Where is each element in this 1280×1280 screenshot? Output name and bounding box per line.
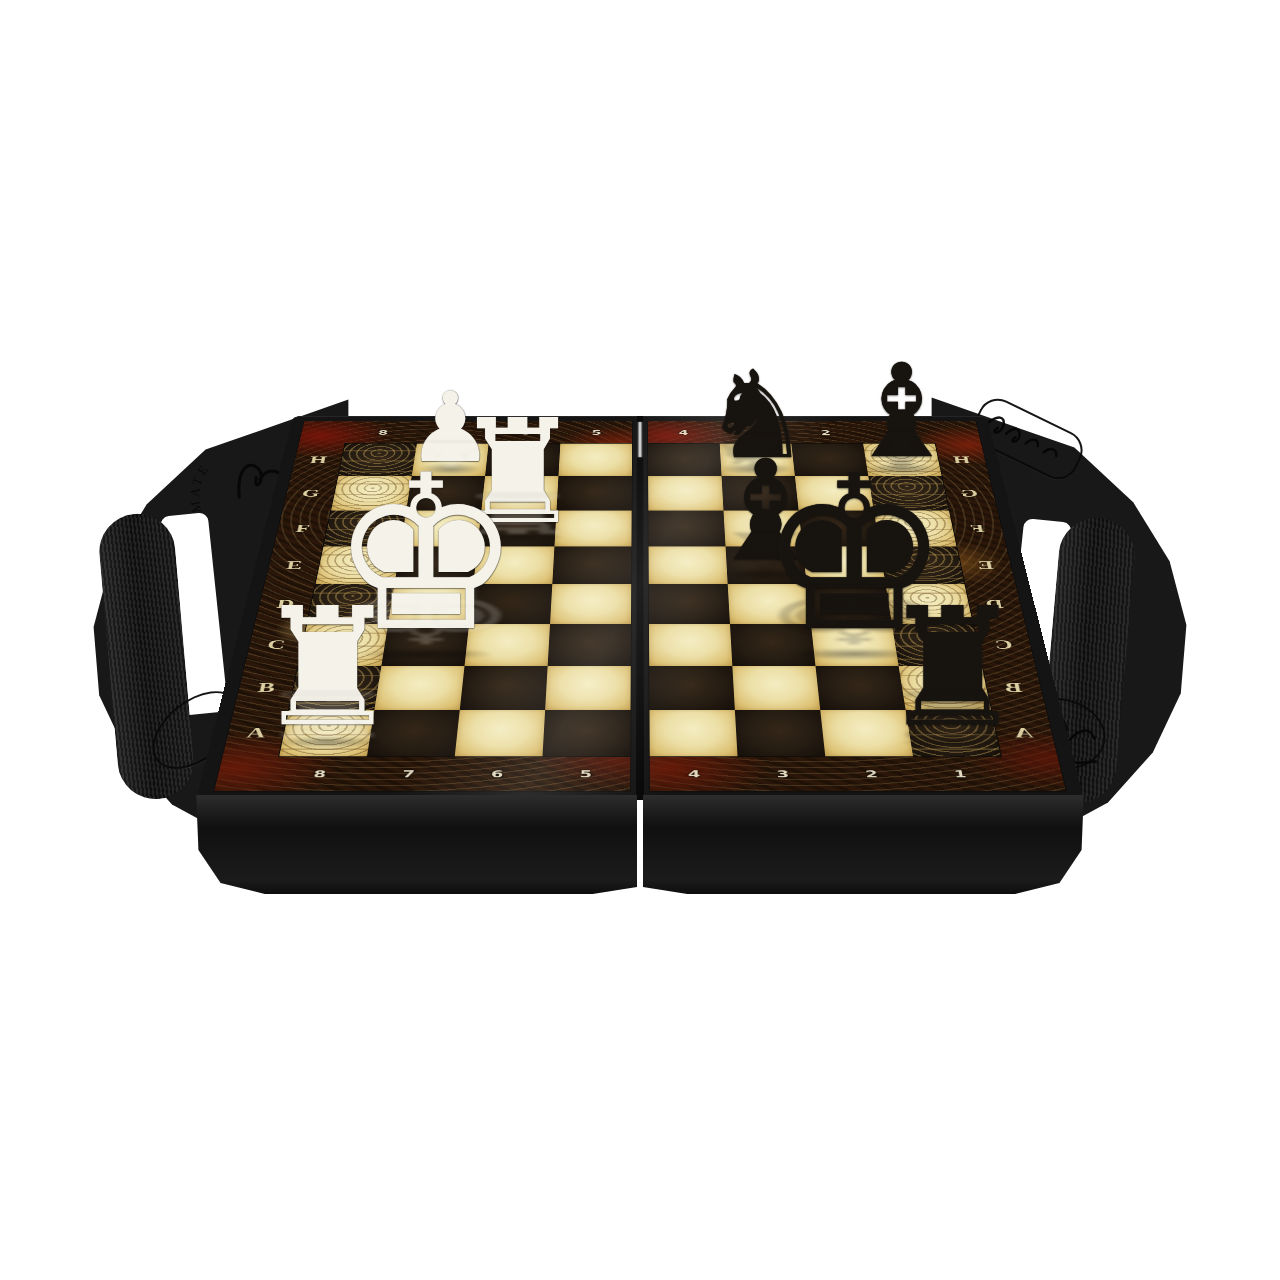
square-f8 bbox=[323, 511, 406, 547]
fold-gap-light-glint bbox=[638, 422, 641, 457]
square-b1 bbox=[899, 666, 991, 710]
square-c3 bbox=[730, 624, 815, 666]
square-b4 bbox=[649, 666, 735, 710]
square-e3 bbox=[726, 546, 807, 584]
file-label-left-H: H bbox=[309, 454, 329, 465]
square-e4 bbox=[649, 546, 728, 584]
square-d8 bbox=[307, 584, 394, 624]
square-d5 bbox=[550, 584, 631, 624]
rank-label-top-1: 1 bbox=[891, 429, 902, 436]
square-f2 bbox=[799, 511, 880, 547]
board-3d-wrapper: HHGGFFEEDDCCBBAA8877665544332211 bbox=[0, 0, 1280, 1280]
file-label-left-E: E bbox=[285, 559, 304, 572]
file-label-right-B: B bbox=[1003, 680, 1023, 695]
product-photo-scene: MATE HHGGFFEEDDCCBBAA8877665544332211 bbox=[0, 0, 1280, 1280]
square-d2 bbox=[807, 584, 892, 624]
square-h5 bbox=[558, 444, 632, 477]
square-e7 bbox=[394, 546, 477, 584]
square-c1 bbox=[892, 624, 982, 666]
square-d3 bbox=[728, 584, 811, 624]
square-g2 bbox=[795, 476, 874, 510]
square-f6 bbox=[477, 511, 556, 547]
square-d7 bbox=[388, 584, 473, 624]
rank-label-bottom-3: 3 bbox=[776, 768, 789, 779]
square-g3 bbox=[722, 476, 799, 510]
square-c2 bbox=[811, 624, 899, 666]
file-label-right-E: E bbox=[976, 559, 995, 572]
square-b2 bbox=[815, 666, 905, 710]
file-label-right-A: A bbox=[1013, 725, 1035, 741]
file-label-left-G: G bbox=[301, 487, 321, 499]
rank-label-bottom-2: 2 bbox=[865, 768, 879, 779]
square-d6 bbox=[469, 584, 552, 624]
file-label-right-H: H bbox=[952, 454, 972, 465]
square-b6 bbox=[460, 666, 548, 710]
square-f1 bbox=[874, 511, 957, 547]
square-h2 bbox=[791, 444, 868, 477]
rank-label-top-2: 2 bbox=[820, 429, 831, 436]
rank-label-top-3: 3 bbox=[749, 429, 760, 436]
fold-hinge-gap bbox=[636, 416, 644, 800]
square-c7 bbox=[381, 624, 469, 666]
square-d4 bbox=[649, 584, 730, 624]
square-h7 bbox=[412, 444, 489, 477]
square-a2 bbox=[820, 710, 913, 757]
square-a5 bbox=[542, 710, 630, 757]
square-h1 bbox=[863, 444, 942, 477]
square-a4 bbox=[649, 710, 737, 757]
square-a6 bbox=[455, 710, 545, 757]
square-h4 bbox=[648, 444, 722, 477]
rank-label-bottom-1: 1 bbox=[953, 768, 967, 779]
rank-label-bottom-7: 7 bbox=[402, 768, 416, 779]
square-e2 bbox=[803, 546, 886, 584]
rank-label-bottom-6: 6 bbox=[491, 768, 504, 779]
square-c5 bbox=[548, 624, 631, 666]
file-label-left-D: D bbox=[275, 597, 295, 611]
case-front-lip-right bbox=[643, 795, 1086, 895]
rank-label-top-4: 4 bbox=[678, 429, 688, 436]
file-label-right-G: G bbox=[959, 487, 979, 499]
square-f7 bbox=[400, 511, 481, 547]
square-b5 bbox=[545, 666, 631, 710]
square-h8 bbox=[338, 444, 417, 477]
square-e8 bbox=[316, 546, 401, 584]
case-front-lip-left bbox=[194, 795, 637, 895]
square-a7 bbox=[367, 710, 460, 757]
square-g8 bbox=[331, 476, 412, 510]
file-label-left-B: B bbox=[256, 680, 276, 695]
square-f4 bbox=[648, 511, 725, 547]
file-label-right-C: C bbox=[993, 637, 1014, 651]
square-g7 bbox=[406, 476, 485, 510]
file-label-left-C: C bbox=[266, 637, 287, 651]
square-b7 bbox=[374, 666, 464, 710]
square-c6 bbox=[465, 624, 550, 666]
rank-label-bottom-4: 4 bbox=[688, 768, 701, 779]
square-f3 bbox=[723, 511, 802, 547]
square-a3 bbox=[735, 710, 825, 757]
file-label-left-A: A bbox=[245, 725, 267, 741]
folding-board-plane: HHGGFFEEDDCCBBAA8877665544332211 bbox=[196, 416, 1084, 800]
rank-label-bottom-5: 5 bbox=[579, 768, 592, 779]
file-label-left-F: F bbox=[294, 522, 311, 534]
file-label-right-F: F bbox=[969, 522, 986, 534]
square-e5 bbox=[552, 546, 631, 584]
square-h3 bbox=[720, 444, 795, 477]
square-g5 bbox=[557, 476, 632, 510]
square-b3 bbox=[732, 666, 820, 710]
square-h6 bbox=[485, 444, 560, 477]
rank-label-bottom-8: 8 bbox=[313, 768, 327, 779]
square-g6 bbox=[481, 476, 558, 510]
square-e6 bbox=[473, 546, 554, 584]
square-c4 bbox=[649, 624, 732, 666]
square-d1 bbox=[886, 584, 973, 624]
rank-label-top-8: 8 bbox=[377, 429, 388, 436]
square-f5 bbox=[554, 511, 631, 547]
square-c8 bbox=[298, 624, 388, 666]
rank-label-top-5: 5 bbox=[591, 429, 601, 436]
square-e1 bbox=[880, 546, 965, 584]
square-g4 bbox=[648, 476, 723, 510]
rank-label-top-7: 7 bbox=[449, 429, 460, 436]
rank-label-top-6: 6 bbox=[520, 429, 531, 436]
square-a8 bbox=[279, 710, 374, 757]
square-b8 bbox=[289, 666, 381, 710]
file-label-right-D: D bbox=[984, 597, 1004, 611]
square-g1 bbox=[868, 476, 949, 510]
square-a1 bbox=[906, 710, 1001, 757]
